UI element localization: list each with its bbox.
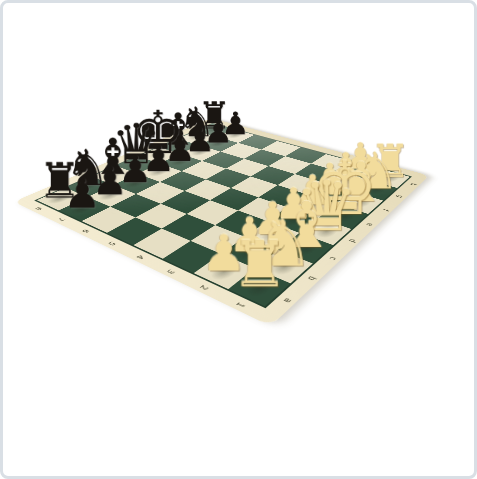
square-h8[interactable]: [195, 123, 232, 136]
square-d7[interactable]: [136, 163, 181, 182]
black-pawn-glyph: ♟: [142, 140, 175, 177]
square-h6[interactable]: [238, 134, 277, 149]
photo-frame: ♜♞♟♝♟♚♟♛♟♝♟♞♟♟♜♟♟♜♟♟♞♟♝♟♚♟♛♟♝♟♞♜ 1234567…: [0, 0, 477, 479]
piece-shadow: [144, 166, 172, 178]
square-f6[interactable]: [201, 151, 243, 168]
square-e5[interactable]: [205, 168, 250, 187]
black-rook-glyph: ♜: [197, 97, 230, 134]
square-h5[interactable]: [260, 141, 300, 156]
black-pawn-glyph: ♟: [203, 115, 232, 148]
square-g6[interactable]: [220, 143, 260, 159]
piece-shadow: [144, 149, 170, 160]
black-bishop-glyph: ♝: [158, 107, 198, 151]
square-e7[interactable]: [159, 153, 202, 170]
square-f8[interactable]: [158, 138, 198, 153]
square-e8[interactable]: [137, 147, 179, 163]
piece-shadow: [206, 138, 230, 148]
piece-shadow: [202, 125, 225, 134]
black-king-glyph: ♚: [131, 103, 184, 162]
square-g7[interactable]: [198, 136, 237, 151]
pieces-layer: ♜♞♟♝♟♚♟♛♟♝♟♞♟♟♜♟♟♜♟♟♞♟♝♟♚♟♛♟♝♟♞♜: [13, 117, 429, 325]
square-d6[interactable]: [159, 171, 205, 191]
white-rook-glyph: ♜: [230, 232, 287, 296]
piece-shadow: [187, 147, 213, 157]
piece-shadow: [223, 130, 246, 139]
board-plane: ♜♞♟♝♟♚♟♛♟♝♟♞♟♟♜♟♟♜♟♟♞♟♝♟♚♟♛♟♝♟♞♜ 1234567…: [13, 118, 429, 326]
square-e6[interactable]: [181, 161, 225, 179]
black-pawn-glyph: ♟: [221, 108, 249, 139]
black-pawn-glyph: ♟: [164, 131, 195, 166]
square-f5[interactable]: [225, 158, 268, 176]
piece-shadow: [184, 132, 208, 141]
black-knight-glyph: ♞: [178, 101, 215, 142]
square-h7[interactable]: [216, 129, 254, 143]
square-f7[interactable]: [179, 145, 220, 161]
piece-shadow: [166, 156, 193, 167]
black-pawn-glyph: ♟: [63, 172, 100, 214]
square-g8[interactable]: [177, 131, 216, 145]
file-label-h: h: [408, 182, 417, 186]
scene: ♜♞♟♝♟♚♟♛♟♝♟♞♟♟♜♟♟♜♟♟♞♟♝♟♚♟♛♟♝♟♞♜ 1234567…: [3, 3, 474, 476]
square-g5[interactable]: [243, 149, 284, 166]
black-pawn-glyph: ♟: [184, 123, 214, 157]
piece-shadow: [165, 140, 190, 150]
